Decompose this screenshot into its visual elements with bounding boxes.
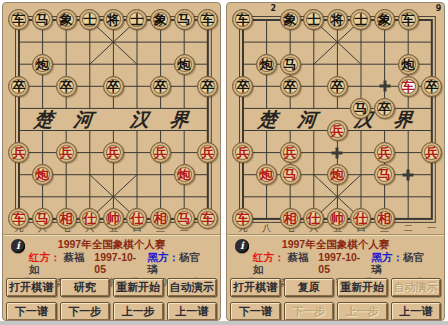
players-line: 红方： 蔡福如 1997-10-05 黑方：杨官璘 bbox=[227, 250, 444, 275]
piece-兵-red[interactable]: 兵 bbox=[232, 142, 253, 163]
info-icon[interactable]: i bbox=[235, 239, 249, 253]
piece-相-red[interactable]: 相 bbox=[56, 208, 77, 229]
piece-马-red[interactable]: 马 bbox=[174, 208, 195, 229]
piece-马-red[interactable]: 马 bbox=[32, 208, 53, 229]
piece-将-black[interactable]: 将 bbox=[327, 9, 348, 30]
piece-卒-black[interactable]: 卒 bbox=[197, 76, 218, 97]
piece-炮-black[interactable]: 炮 bbox=[174, 54, 195, 75]
button-bar: 打开棋谱 研究 重新开始 自动演示 下一谱 下一步 上一步 上一谱 bbox=[6, 278, 217, 321]
piece-车-black[interactable]: 车 bbox=[197, 9, 218, 30]
piece-炮-red[interactable]: 炮 bbox=[327, 164, 348, 185]
button-bar: 打开棋谱 复原 重新开始 自动演示 下一谱 下一步 上一步 上一谱 bbox=[230, 278, 441, 321]
piece-车-black[interactable]: 车 bbox=[8, 9, 29, 30]
info-icon[interactable]: i bbox=[11, 239, 25, 253]
game-panel-left: 楚 河 汉 界 九八七六五四三二一 车马象士将士象马车炮炮卒卒卒卒卒兵兵兵兵兵炮… bbox=[2, 2, 221, 321]
piece-马-red[interactable]: 马 bbox=[280, 164, 301, 185]
piece-马-black[interactable]: 马 bbox=[32, 9, 53, 30]
red-side-label: 红方： bbox=[29, 251, 61, 263]
piece-兵-red[interactable]: 兵 bbox=[280, 142, 301, 163]
piece-车-black[interactable]: 车 bbox=[232, 9, 253, 30]
piece-卒-black[interactable]: 卒 bbox=[327, 76, 348, 97]
piece-将-black[interactable]: 将 bbox=[103, 9, 124, 30]
piece-炮-red[interactable]: 炮 bbox=[32, 164, 53, 185]
game-date: 1997-10-05 bbox=[94, 251, 147, 275]
river-text-right: 汉 界 bbox=[129, 107, 197, 131]
piece-仕-red[interactable]: 仕 bbox=[79, 208, 100, 229]
piece-兵-red[interactable]: 兵 bbox=[103, 142, 124, 163]
piece-卒-black[interactable]: 卒 bbox=[56, 76, 77, 97]
red-side-label: 红方： bbox=[253, 251, 285, 263]
black-side-label: 黑方： bbox=[372, 251, 404, 263]
piece-兵-red[interactable]: 兵 bbox=[327, 120, 348, 141]
restart-button[interactable]: 重新开始 bbox=[113, 278, 164, 297]
move-origin-marker bbox=[379, 81, 390, 92]
piece-士-black[interactable]: 士 bbox=[350, 9, 371, 30]
window-bottom-strip bbox=[0, 321, 448, 325]
piece-炮-black[interactable]: 炮 bbox=[256, 54, 277, 75]
piece-仕-red[interactable]: 仕 bbox=[350, 208, 371, 229]
players-line: 红方： 蔡福如 1997-10-05 黑方：杨官璘 bbox=[3, 250, 220, 275]
piece-车-black[interactable]: 车 bbox=[398, 9, 419, 30]
piece-车-red[interactable]: 车 bbox=[398, 76, 419, 97]
piece-象-black[interactable]: 象 bbox=[280, 9, 301, 30]
restore-button[interactable]: 复原 bbox=[284, 278, 335, 297]
study-button[interactable]: 研究 bbox=[60, 278, 111, 297]
next-game-button[interactable]: 下一谱 bbox=[6, 302, 57, 321]
piece-象-black[interactable]: 象 bbox=[374, 9, 395, 30]
piece-卒-black[interactable]: 卒 bbox=[374, 98, 395, 119]
piece-车-red[interactable]: 车 bbox=[232, 208, 253, 229]
river-text-left: 楚 河 bbox=[257, 107, 325, 131]
event-title: 1997年全国象棋个人赛 bbox=[3, 238, 220, 250]
open-book-button[interactable]: 打开棋谱 bbox=[230, 278, 281, 297]
prev-game-button[interactable]: 上一谱 bbox=[391, 302, 442, 321]
auto-demo-button[interactable]: 自动演示 bbox=[391, 278, 442, 297]
move-file-digit: 2 bbox=[271, 4, 277, 13]
piece-帅-red[interactable]: 帅 bbox=[327, 208, 348, 229]
piece-炮-red[interactable]: 炮 bbox=[174, 164, 195, 185]
prev-game-button[interactable]: 上一谱 bbox=[167, 302, 218, 321]
xiangqi-board[interactable]: 楚 河 汉 界 九八七六五四三二一 车象士将士象车炮马炮卒卒卒车卒马卒兵兵兵兵兵… bbox=[227, 3, 445, 235]
piece-马-black[interactable]: 马 bbox=[280, 54, 301, 75]
piece-相-red[interactable]: 相 bbox=[280, 208, 301, 229]
event-title: 1997年全国象棋个人赛 bbox=[227, 238, 444, 250]
piece-炮-black[interactable]: 炮 bbox=[32, 54, 53, 75]
move-origin-marker bbox=[332, 147, 343, 158]
next-game-button[interactable]: 下一谱 bbox=[230, 302, 281, 321]
restart-button[interactable]: 重新开始 bbox=[337, 278, 388, 297]
xiangqi-board[interactable]: 楚 河 汉 界 九八七六五四三二一 车马象士将士象马车炮炮卒卒卒卒卒兵兵兵兵兵炮… bbox=[3, 3, 221, 235]
prev-move-button[interactable]: 上一步 bbox=[337, 302, 388, 321]
move-origin-marker bbox=[403, 169, 414, 180]
piece-兵-red[interactable]: 兵 bbox=[197, 142, 218, 163]
piece-马-black[interactable]: 马 bbox=[174, 9, 195, 30]
piece-兵-red[interactable]: 兵 bbox=[8, 142, 29, 163]
piece-卒-black[interactable]: 卒 bbox=[280, 76, 301, 97]
piece-炮-red[interactable]: 炮 bbox=[256, 164, 277, 185]
piece-象-black[interactable]: 象 bbox=[150, 9, 171, 30]
piece-士-black[interactable]: 士 bbox=[126, 9, 147, 30]
river-text-left: 楚 河 bbox=[33, 107, 101, 131]
prev-move-button[interactable]: 上一步 bbox=[113, 302, 164, 321]
piece-卒-black[interactable]: 卒 bbox=[8, 76, 29, 97]
open-book-button[interactable]: 打开棋谱 bbox=[6, 278, 57, 297]
piece-卒-black[interactable]: 卒 bbox=[421, 76, 442, 97]
piece-仕-red[interactable]: 仕 bbox=[126, 208, 147, 229]
game-info-area: i 1997年全国象棋个人赛 红方： 蔡福如 1997-10-05 黑方：杨官璘… bbox=[3, 234, 220, 276]
piece-卒-black[interactable]: 卒 bbox=[150, 76, 171, 97]
piece-车-red[interactable]: 车 bbox=[8, 208, 29, 229]
piece-兵-red[interactable]: 兵 bbox=[150, 142, 171, 163]
piece-车-red[interactable]: 车 bbox=[197, 208, 218, 229]
black-side-label: 黑方： bbox=[148, 251, 180, 263]
move-file-digit: 9 bbox=[436, 4, 442, 13]
piece-士-black[interactable]: 士 bbox=[79, 9, 100, 30]
piece-相-red[interactable]: 相 bbox=[374, 208, 395, 229]
piece-帅-red[interactable]: 帅 bbox=[103, 208, 124, 229]
auto-demo-button[interactable]: 自动演示 bbox=[167, 278, 218, 297]
piece-卒-black[interactable]: 卒 bbox=[232, 76, 253, 97]
piece-兵-red[interactable]: 兵 bbox=[374, 142, 395, 163]
piece-炮-black[interactable]: 炮 bbox=[398, 54, 419, 75]
game-info-area: i 1997年全国象棋个人赛 红方： 蔡福如 1997-10-05 黑方：杨官璘… bbox=[227, 234, 444, 276]
piece-相-red[interactable]: 相 bbox=[150, 208, 171, 229]
next-move-button[interactable]: 下一步 bbox=[60, 302, 111, 321]
piece-士-black[interactable]: 士 bbox=[303, 9, 324, 30]
game-date: 1997-10-05 bbox=[318, 251, 371, 275]
piece-卒-black[interactable]: 卒 bbox=[103, 76, 124, 97]
piece-仕-red[interactable]: 仕 bbox=[303, 208, 324, 229]
game-panel-right: 楚 河 汉 界 九八七六五四三二一 车象士将士象车炮马炮卒卒卒车卒马卒兵兵兵兵兵… bbox=[226, 2, 445, 321]
piece-马-red[interactable]: 马 bbox=[374, 164, 395, 185]
piece-兵-red[interactable]: 兵 bbox=[56, 142, 77, 163]
piece-兵-red[interactable]: 兵 bbox=[421, 142, 442, 163]
piece-象-black[interactable]: 象 bbox=[56, 9, 77, 30]
next-move-button[interactable]: 下一步 bbox=[284, 302, 335, 321]
